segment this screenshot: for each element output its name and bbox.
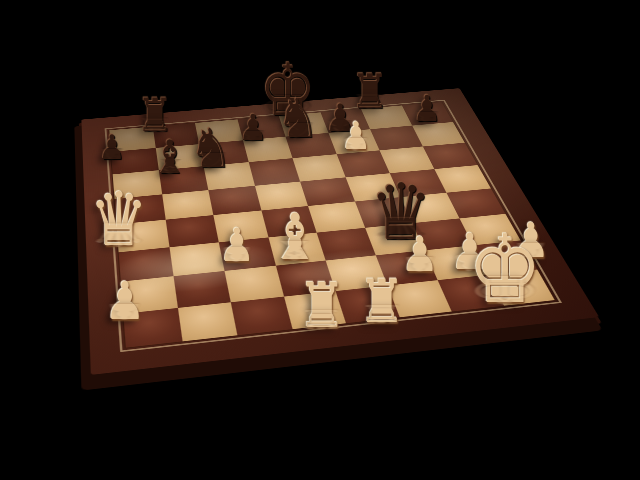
piece-white-king-g1[interactable]: ♚♚: [464, 223, 547, 317]
piece-reflection: ♟: [237, 128, 269, 143]
piece-black-pawn-d7[interactable]: ♟♟: [237, 110, 269, 146]
piece-reflection: ♜: [295, 306, 350, 332]
piece-black-pawn-h7[interactable]: ♟♟: [411, 91, 443, 127]
piece-reflection: ♟: [217, 245, 257, 264]
piece-reflection: ♝: [267, 237, 323, 264]
piece-black-pawn-a7[interactable]: ♟♟: [97, 130, 127, 164]
square-b1[interactable]: [177, 302, 237, 342]
piece-reflection: ♟: [339, 136, 372, 152]
piece-white-queen-a4[interactable]: ♛♛: [86, 182, 151, 256]
piece-white-pawn-c3[interactable]: ♟♟: [217, 222, 257, 268]
piece-reflection: ♟: [411, 109, 443, 124]
piece-white-pawn-f6[interactable]: ♟♟: [339, 117, 372, 155]
piece-reflection: ♜: [356, 301, 409, 326]
piece-reflection: ♟: [102, 301, 148, 323]
piece-reflection: ♛: [86, 219, 151, 250]
piece-reflection: ♞: [274, 119, 322, 142]
piece-reflection: ♞: [187, 149, 235, 172]
piece-reflection: ♟: [97, 147, 127, 161]
piece-white-rook-e1[interactable]: ♜♜: [356, 271, 409, 331]
piece-black-knight-e7[interactable]: ♞♞: [274, 92, 322, 146]
square-c1[interactable]: [231, 296, 292, 335]
piece-white-bishop-d3[interactable]: ♝♝: [267, 205, 323, 269]
piece-white-rook-d1[interactable]: ♜♜: [295, 275, 350, 337]
piece-white-pawn-a2[interactable]: ♟♟: [102, 275, 148, 327]
piece-black-knight-c6[interactable]: ♞♞: [187, 122, 235, 176]
piece-black-bishop-b7[interactable]: ♝♝: [150, 134, 190, 180]
piece-reflection: ♚: [464, 270, 547, 309]
piece-reflection: ♝: [150, 157, 190, 176]
chess-3d-scene: ♜♜♟♟♝♝♞♞♟♟♚♚♞♞♟♟♜♜♟♟♛♛♛♛♟♟♟♟♝♝♟♟♜♜♜♜♚♚♟♟…: [0, 0, 640, 480]
